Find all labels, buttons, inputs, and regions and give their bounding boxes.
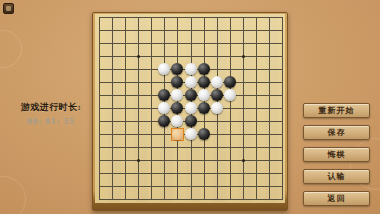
stone-black xyxy=(171,63,183,75)
board-frame xyxy=(92,12,288,211)
stone-black xyxy=(158,89,170,101)
stone-white xyxy=(171,89,183,101)
grid-line-h xyxy=(99,199,283,200)
pending-stone xyxy=(172,129,183,140)
stone-white xyxy=(211,102,223,114)
board-grid[interactable] xyxy=(95,14,285,203)
stone-black xyxy=(198,102,210,114)
stone-white xyxy=(211,76,223,88)
stone-black xyxy=(158,115,170,127)
star-point xyxy=(137,55,140,58)
button-resign[interactable]: 认输 xyxy=(303,169,370,184)
stone-black xyxy=(185,89,197,101)
star-point xyxy=(242,55,245,58)
button-restart[interactable]: 重新开始 xyxy=(303,103,370,118)
grid-line-h xyxy=(99,186,283,187)
stone-black xyxy=(198,76,210,88)
timer-label: 游戏进行时长: xyxy=(4,101,98,114)
grid-line-v xyxy=(269,17,270,200)
decor-swirl xyxy=(0,176,26,214)
grid-line-h xyxy=(99,173,283,174)
button-undo[interactable]: 悔棋 xyxy=(303,147,370,162)
button-back[interactable]: 返回 xyxy=(303,191,370,206)
button-save[interactable]: 保存 xyxy=(303,125,370,140)
stone-white xyxy=(158,63,170,75)
pending-move-highlight[interactable] xyxy=(171,128,184,141)
timer-panel: 游戏进行时长: 00: 01: 55 xyxy=(4,101,98,126)
stone-white xyxy=(198,89,210,101)
game-window: 游戏进行时长: 00: 01: 55 重新开始保存悔棋认输返回 xyxy=(0,0,380,214)
stone-white xyxy=(185,76,197,88)
stone-black xyxy=(224,76,236,88)
button-panel: 重新开始保存悔棋认输返回 xyxy=(303,103,370,206)
stone-white xyxy=(185,128,197,140)
app-logo-icon xyxy=(3,3,14,14)
stone-black xyxy=(171,102,183,114)
grid-line-v xyxy=(282,17,283,200)
stone-white xyxy=(171,115,183,127)
star-point xyxy=(137,159,140,162)
stone-black xyxy=(185,115,197,127)
stone-black xyxy=(211,89,223,101)
stone-black xyxy=(171,76,183,88)
stone-white xyxy=(185,63,197,75)
stone-black xyxy=(198,63,210,75)
stone-black xyxy=(198,128,210,140)
star-point xyxy=(242,159,245,162)
stone-white xyxy=(224,89,236,101)
decor-swirl xyxy=(0,30,22,68)
stone-white xyxy=(185,102,197,114)
timer-value: 00: 01: 55 xyxy=(4,116,98,126)
stone-white xyxy=(158,102,170,114)
